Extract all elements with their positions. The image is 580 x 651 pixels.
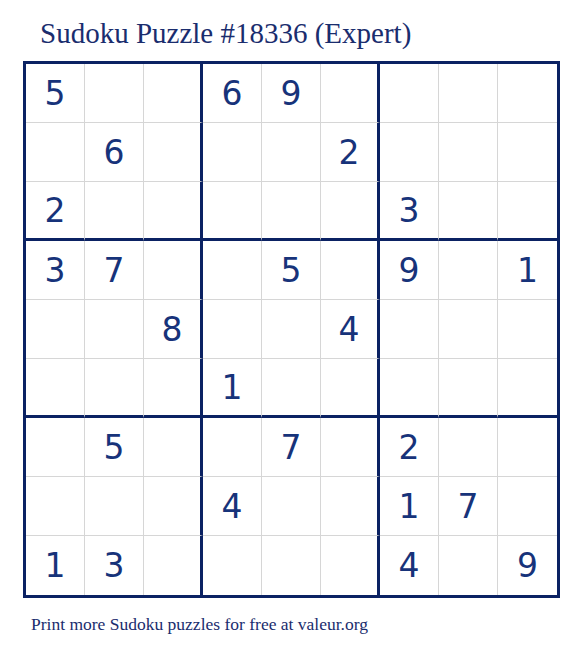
cell-r8c2[interactable] bbox=[85, 477, 144, 536]
cell-r9c6[interactable] bbox=[321, 536, 380, 595]
cell-r3c8[interactable] bbox=[439, 182, 498, 241]
cell-r2c3[interactable] bbox=[144, 123, 203, 182]
cell-r1c3[interactable] bbox=[144, 64, 203, 123]
cell-r4c8[interactable] bbox=[439, 241, 498, 300]
cell-r4c3[interactable] bbox=[144, 241, 203, 300]
cell-r5c9[interactable] bbox=[498, 300, 557, 359]
cell-r7c6[interactable] bbox=[321, 418, 380, 477]
cell-r1c9[interactable] bbox=[498, 64, 557, 123]
cell-r9c5[interactable] bbox=[262, 536, 321, 595]
cell-r2c9[interactable] bbox=[498, 123, 557, 182]
cell-r8c7[interactable]: 1 bbox=[380, 477, 439, 536]
cell-r5c4[interactable] bbox=[203, 300, 262, 359]
cell-r8c6[interactable] bbox=[321, 477, 380, 536]
cell-r6c5[interactable] bbox=[262, 359, 321, 418]
cell-r2c6[interactable]: 2 bbox=[321, 123, 380, 182]
cell-r2c1[interactable] bbox=[26, 123, 85, 182]
cell-r4c1[interactable]: 3 bbox=[26, 241, 85, 300]
cell-r9c8[interactable] bbox=[439, 536, 498, 595]
cell-r1c1[interactable]: 5 bbox=[26, 64, 85, 123]
page-title: Sudoku Puzzle #18336 (Expert) bbox=[40, 16, 411, 50]
cell-r7c3[interactable] bbox=[144, 418, 203, 477]
cell-r3c1[interactable]: 2 bbox=[26, 182, 85, 241]
cell-r3c5[interactable] bbox=[262, 182, 321, 241]
cell-r6c6[interactable] bbox=[321, 359, 380, 418]
cell-r1c8[interactable] bbox=[439, 64, 498, 123]
cell-r2c4[interactable] bbox=[203, 123, 262, 182]
cell-r9c4[interactable] bbox=[203, 536, 262, 595]
cell-r9c2[interactable]: 3 bbox=[85, 536, 144, 595]
cell-r4c5[interactable]: 5 bbox=[262, 241, 321, 300]
sudoku-page: Sudoku Puzzle #18336 (Expert) 5696223375… bbox=[0, 0, 580, 651]
cell-r6c9[interactable] bbox=[498, 359, 557, 418]
cell-r1c5[interactable]: 9 bbox=[262, 64, 321, 123]
cell-r2c5[interactable] bbox=[262, 123, 321, 182]
cell-r5c7[interactable] bbox=[380, 300, 439, 359]
cell-r8c3[interactable] bbox=[144, 477, 203, 536]
cell-r6c2[interactable] bbox=[85, 359, 144, 418]
cell-r6c1[interactable] bbox=[26, 359, 85, 418]
cell-r5c6[interactable]: 4 bbox=[321, 300, 380, 359]
cell-r5c8[interactable] bbox=[439, 300, 498, 359]
cell-r7c5[interactable]: 7 bbox=[262, 418, 321, 477]
cell-r5c2[interactable] bbox=[85, 300, 144, 359]
cell-r5c5[interactable] bbox=[262, 300, 321, 359]
cell-r1c7[interactable] bbox=[380, 64, 439, 123]
cell-r6c3[interactable] bbox=[144, 359, 203, 418]
cell-r8c5[interactable] bbox=[262, 477, 321, 536]
cell-r3c7[interactable]: 3 bbox=[380, 182, 439, 241]
cell-r3c6[interactable] bbox=[321, 182, 380, 241]
footer-note: Print more Sudoku puzzles for free at va… bbox=[31, 614, 368, 635]
cell-r6c4[interactable]: 1 bbox=[203, 359, 262, 418]
sudoku-board: 5696223375918415724171349 bbox=[23, 61, 560, 598]
cell-r8c8[interactable]: 7 bbox=[439, 477, 498, 536]
cell-r4c2[interactable]: 7 bbox=[85, 241, 144, 300]
cell-r9c1[interactable]: 1 bbox=[26, 536, 85, 595]
cell-r2c7[interactable] bbox=[380, 123, 439, 182]
cell-r2c2[interactable]: 6 bbox=[85, 123, 144, 182]
cell-r3c3[interactable] bbox=[144, 182, 203, 241]
cell-r6c7[interactable] bbox=[380, 359, 439, 418]
cell-r7c9[interactable] bbox=[498, 418, 557, 477]
cell-r9c7[interactable]: 4 bbox=[380, 536, 439, 595]
cell-r4c6[interactable] bbox=[321, 241, 380, 300]
cell-r4c7[interactable]: 9 bbox=[380, 241, 439, 300]
cell-r2c8[interactable] bbox=[439, 123, 498, 182]
cell-r4c9[interactable]: 1 bbox=[498, 241, 557, 300]
cell-r9c3[interactable] bbox=[144, 536, 203, 595]
cell-r6c8[interactable] bbox=[439, 359, 498, 418]
cell-r3c9[interactable] bbox=[498, 182, 557, 241]
cell-r7c4[interactable] bbox=[203, 418, 262, 477]
cell-r8c9[interactable] bbox=[498, 477, 557, 536]
cell-r3c4[interactable] bbox=[203, 182, 262, 241]
cell-r4c4[interactable] bbox=[203, 241, 262, 300]
cell-r8c1[interactable] bbox=[26, 477, 85, 536]
cell-r7c2[interactable]: 5 bbox=[85, 418, 144, 477]
cell-r9c9[interactable]: 9 bbox=[498, 536, 557, 595]
cell-r1c2[interactable] bbox=[85, 64, 144, 123]
cell-r7c8[interactable] bbox=[439, 418, 498, 477]
cell-r1c6[interactable] bbox=[321, 64, 380, 123]
cell-r1c4[interactable]: 6 bbox=[203, 64, 262, 123]
cell-r3c2[interactable] bbox=[85, 182, 144, 241]
cell-r7c1[interactable] bbox=[26, 418, 85, 477]
cell-r7c7[interactable]: 2 bbox=[380, 418, 439, 477]
cell-r5c3[interactable]: 8 bbox=[144, 300, 203, 359]
cell-r8c4[interactable]: 4 bbox=[203, 477, 262, 536]
cell-r5c1[interactable] bbox=[26, 300, 85, 359]
